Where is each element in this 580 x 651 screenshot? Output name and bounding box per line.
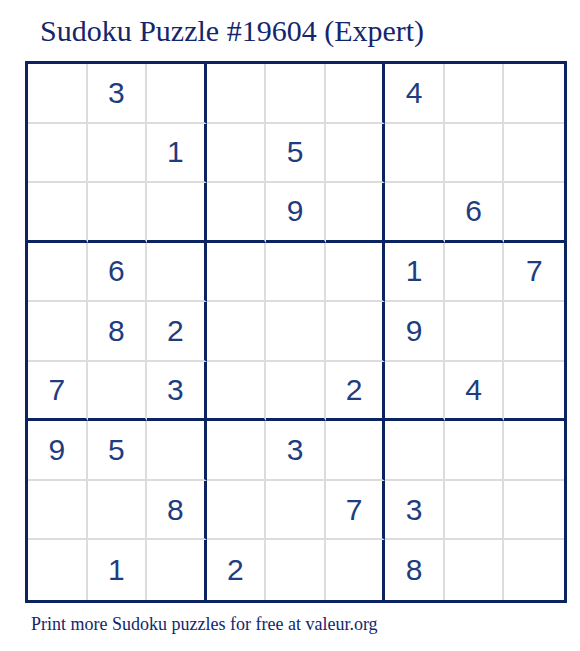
sudoku-cell-r6c3[interactable]: 3 (147, 362, 207, 422)
sudoku-cell-r2c6[interactable] (326, 124, 386, 184)
sudoku-cell-r9c5[interactable] (266, 540, 326, 600)
sudoku-cell-r3c4[interactable] (207, 183, 267, 243)
sudoku-cell-r4c7[interactable]: 1 (385, 243, 445, 303)
sudoku-cell-r8c5[interactable] (266, 481, 326, 541)
sudoku-cell-r1c9[interactable] (504, 64, 564, 124)
sudoku-cell-r8c1[interactable] (28, 481, 88, 541)
sudoku-cell-r6c2[interactable] (88, 362, 148, 422)
sudoku-cell-r5c1[interactable] (28, 302, 88, 362)
footer-text: Print more Sudoku puzzles for free at va… (31, 614, 378, 635)
sudoku-cell-r9c3[interactable] (147, 540, 207, 600)
sudoku-cell-r8c2[interactable] (88, 481, 148, 541)
sudoku-cell-r1c2[interactable]: 3 (88, 64, 148, 124)
sudoku-cell-r6c5[interactable] (266, 362, 326, 422)
sudoku-cell-r2c3[interactable]: 1 (147, 124, 207, 184)
sudoku-cell-r7c8[interactable] (445, 421, 505, 481)
sudoku-cell-r9c9[interactable] (504, 540, 564, 600)
sudoku-cell-r4c4[interactable] (207, 243, 267, 303)
sudoku-cell-r7c1[interactable]: 9 (28, 421, 88, 481)
sudoku-cell-r6c9[interactable] (504, 362, 564, 422)
sudoku-cell-r8c7[interactable]: 3 (385, 481, 445, 541)
sudoku-cell-r4c3[interactable] (147, 243, 207, 303)
sudoku-cell-r8c9[interactable] (504, 481, 564, 541)
sudoku-cell-r3c7[interactable] (385, 183, 445, 243)
sudoku-cell-r8c4[interactable] (207, 481, 267, 541)
sudoku-cell-r2c5[interactable]: 5 (266, 124, 326, 184)
sudoku-cell-r1c5[interactable] (266, 64, 326, 124)
sudoku-cell-r9c7[interactable]: 8 (385, 540, 445, 600)
sudoku-cell-r4c8[interactable] (445, 243, 505, 303)
sudoku-cell-r9c1[interactable] (28, 540, 88, 600)
sudoku-cell-r4c6[interactable] (326, 243, 386, 303)
sudoku-cell-r2c1[interactable] (28, 124, 88, 184)
sudoku-cell-r3c2[interactable] (88, 183, 148, 243)
sudoku-cell-r5c7[interactable]: 9 (385, 302, 445, 362)
sudoku-cell-r5c8[interactable] (445, 302, 505, 362)
sudoku-cell-r1c1[interactable] (28, 64, 88, 124)
sudoku-cell-r1c8[interactable] (445, 64, 505, 124)
sudoku-cell-r3c6[interactable] (326, 183, 386, 243)
sudoku-cell-r5c5[interactable] (266, 302, 326, 362)
sudoku-cell-r4c5[interactable] (266, 243, 326, 303)
sudoku-cell-r3c3[interactable] (147, 183, 207, 243)
sudoku-cell-r8c6[interactable]: 7 (326, 481, 386, 541)
sudoku-cell-r3c8[interactable]: 6 (445, 183, 505, 243)
sudoku-cell-r5c4[interactable] (207, 302, 267, 362)
sudoku-cell-r9c4[interactable]: 2 (207, 540, 267, 600)
sudoku-cell-r6c4[interactable] (207, 362, 267, 422)
page-title: Sudoku Puzzle #19604 (Expert) (40, 14, 424, 48)
sudoku-cell-r2c9[interactable] (504, 124, 564, 184)
sudoku-cell-r4c1[interactable] (28, 243, 88, 303)
sudoku-cell-r1c4[interactable] (207, 64, 267, 124)
sudoku-cell-r7c4[interactable] (207, 421, 267, 481)
sudoku-cell-r7c9[interactable] (504, 421, 564, 481)
sudoku-cell-r6c8[interactable]: 4 (445, 362, 505, 422)
sudoku-cell-r6c1[interactable]: 7 (28, 362, 88, 422)
sudoku-cell-r7c5[interactable]: 3 (266, 421, 326, 481)
sudoku-cell-r7c3[interactable] (147, 421, 207, 481)
sudoku-cell-r7c6[interactable] (326, 421, 386, 481)
sudoku-cell-r7c7[interactable] (385, 421, 445, 481)
sudoku-cell-r1c6[interactable] (326, 64, 386, 124)
sudoku-cell-r8c3[interactable]: 8 (147, 481, 207, 541)
sudoku-cell-r3c5[interactable]: 9 (266, 183, 326, 243)
sudoku-cell-r3c9[interactable] (504, 183, 564, 243)
sudoku-cell-r5c3[interactable]: 2 (147, 302, 207, 362)
sudoku-cell-r1c3[interactable] (147, 64, 207, 124)
sudoku-cell-r8c8[interactable] (445, 481, 505, 541)
sudoku-cell-r9c2[interactable]: 1 (88, 540, 148, 600)
sudoku-cell-r9c8[interactable] (445, 540, 505, 600)
sudoku-cell-r9c6[interactable] (326, 540, 386, 600)
sudoku-cell-r2c7[interactable] (385, 124, 445, 184)
sudoku-cell-r7c2[interactable]: 5 (88, 421, 148, 481)
sudoku-cell-r5c9[interactable] (504, 302, 564, 362)
sudoku-cell-r6c6[interactable]: 2 (326, 362, 386, 422)
sudoku-cell-r3c1[interactable] (28, 183, 88, 243)
sudoku-cell-r1c7[interactable]: 4 (385, 64, 445, 124)
sudoku-board: 3415966178297324953873128 (25, 61, 567, 603)
sudoku-cell-r2c2[interactable] (88, 124, 148, 184)
sudoku-cell-r5c6[interactable] (326, 302, 386, 362)
sudoku-cell-r4c9[interactable]: 7 (504, 243, 564, 303)
sudoku-cell-r2c8[interactable] (445, 124, 505, 184)
sudoku-cell-r5c2[interactable]: 8 (88, 302, 148, 362)
sudoku-cell-r2c4[interactable] (207, 124, 267, 184)
sudoku-cell-r4c2[interactable]: 6 (88, 243, 148, 303)
sudoku-cell-r6c7[interactable] (385, 362, 445, 422)
